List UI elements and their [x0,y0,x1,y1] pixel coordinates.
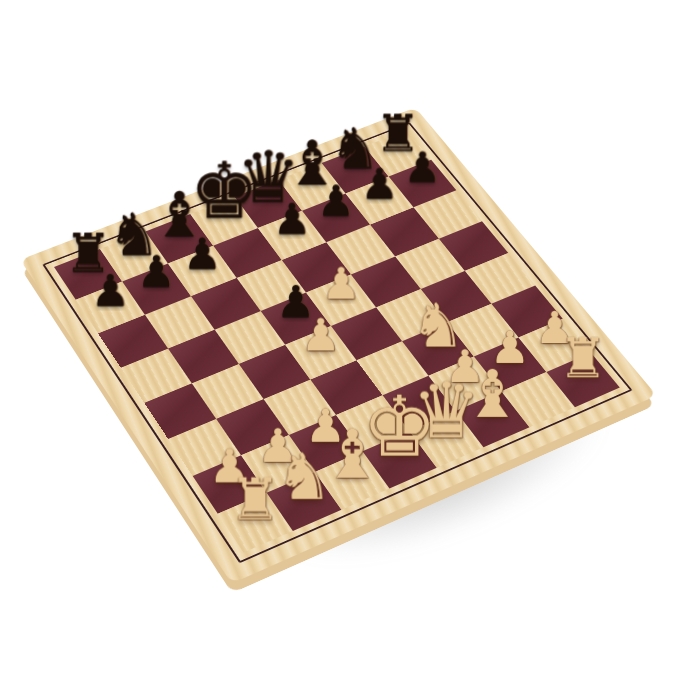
piece-white-rook-h1[interactable]: ♜ [229,472,281,530]
board-scene: ♜♞♝♚♛♝♞♜♟♟♟♟♟♟♟♟♟♟♞♟♟♟♟♟♟♜♞♝♚♛♝♜ [97,92,565,560]
piece-white-pawn-e4[interactable]: ♟ [301,313,341,357]
piece-white-pawn-d5[interactable]: ♟ [321,262,360,306]
piece-white-rook-a1[interactable]: ♜ [558,331,607,386]
piece-black-pawn-b7[interactable]: ♟ [361,163,399,205]
piece-black-pawn-h7[interactable]: ♟ [91,269,130,313]
piece-black-pawn-c7[interactable]: ♟ [317,180,355,222]
piece-black-pawn-a7[interactable]: ♟ [404,147,442,189]
chessboard: ♜♞♝♚♛♝♞♜♟♟♟♟♟♟♟♟♟♟♞♟♟♟♟♟♟♜♞♝♚♛♝♜ [20,107,657,583]
piece-white-knight-g1[interactable]: ♞ [275,445,332,509]
piece-black-pawn-d7[interactable]: ♟ [273,198,311,241]
piece-black-pawn-f7[interactable]: ♟ [183,233,222,276]
board-frame-line: ♜♞♝♚♛♝♞♜♟♟♟♟♟♟♟♟♟♟♞♟♟♟♟♟♟♜♞♝♚♛♝♜ [42,122,632,563]
board-grid: ♜♞♝♚♛♝♞♜♟♟♟♟♟♟♟♟♟♟♞♟♟♟♟♟♟♜♞♝♚♛♝♜ [54,130,620,553]
piece-black-pawn-g7[interactable]: ♟ [137,251,176,294]
photo-background: ♜♞♝♚♛♝♞♜♟♟♟♟♟♟♟♟♟♟♞♟♟♟♟♟♟♜♞♝♚♛♝♜ [0,0,700,700]
